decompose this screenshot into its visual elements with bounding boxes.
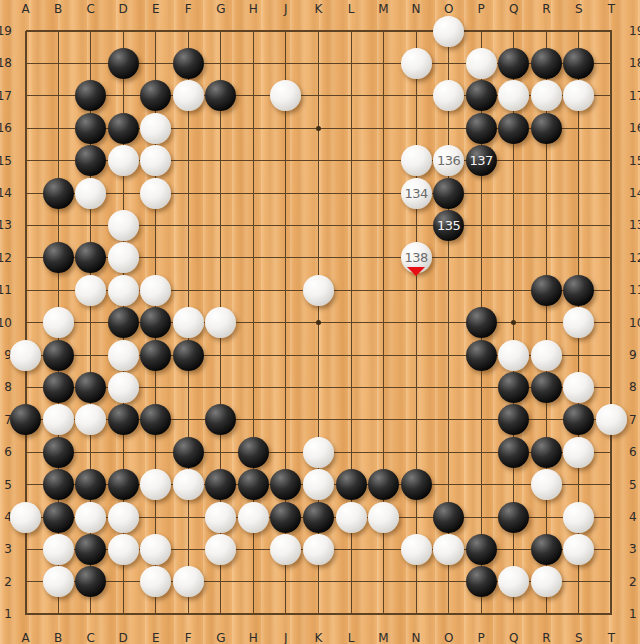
black-stone [466, 534, 497, 565]
black-stone [43, 469, 74, 500]
white-stone [75, 404, 106, 435]
row-label-left: 8 [0, 380, 12, 394]
white-stone [43, 307, 74, 338]
grid-line-horizontal [26, 613, 613, 615]
white-stone [108, 242, 139, 273]
row-label-right: 15 [629, 154, 640, 168]
black-stone [238, 469, 269, 500]
white-stone [108, 145, 139, 176]
black-stone [531, 113, 562, 144]
black-stone [43, 502, 74, 533]
go-board[interactable]: AABBCCDDEEFFGGHHJJKKLLMMNNOOPPQQRRSSTT19… [0, 0, 640, 644]
black-stone [75, 372, 106, 403]
white-stone [336, 502, 367, 533]
white-stone [433, 80, 464, 111]
column-label-bottom: F [178, 631, 198, 644]
column-label-bottom: O [439, 631, 459, 644]
white-stone [563, 80, 594, 111]
row-label-left: 1 [0, 607, 12, 621]
white-stone [173, 80, 204, 111]
white-stone [10, 502, 41, 533]
black-stone [173, 340, 204, 371]
white-stone [140, 566, 171, 597]
white-stone [433, 534, 464, 565]
black-stone [238, 437, 269, 468]
column-label-bottom: H [243, 631, 263, 644]
black-stone [531, 275, 562, 306]
black-stone: 137 [466, 145, 497, 176]
black-stone [43, 372, 74, 403]
black-stone [140, 307, 171, 338]
white-stone: 138 [401, 242, 432, 273]
white-stone [205, 534, 236, 565]
row-label-right: 10 [629, 316, 640, 330]
black-stone [75, 113, 106, 144]
black-stone [563, 48, 594, 79]
black-stone [108, 48, 139, 79]
row-label-right: 7 [629, 413, 640, 427]
move-number: 138 [404, 251, 427, 264]
black-stone [108, 113, 139, 144]
black-stone [75, 145, 106, 176]
black-stone [108, 469, 139, 500]
column-label-bottom: C [81, 631, 101, 644]
black-stone [368, 469, 399, 500]
white-stone [303, 469, 334, 500]
white-stone [140, 275, 171, 306]
column-label-bottom: J [276, 631, 296, 644]
row-label-right: 1 [629, 607, 640, 621]
white-stone: 136 [433, 145, 464, 176]
row-label-right: 5 [629, 478, 640, 492]
black-stone [401, 469, 432, 500]
white-stone [563, 307, 594, 338]
row-label-right: 17 [629, 89, 640, 103]
column-label-bottom: A [16, 631, 36, 644]
black-stone [336, 469, 367, 500]
white-stone [10, 340, 41, 371]
row-label-left: 12 [0, 251, 12, 265]
white-stone [173, 566, 204, 597]
white-stone [43, 534, 74, 565]
column-label-bottom: E [146, 631, 166, 644]
column-label-top: M [374, 2, 394, 16]
white-stone [205, 307, 236, 338]
black-stone [75, 242, 106, 273]
row-label-left: 16 [0, 121, 12, 135]
white-stone [498, 566, 529, 597]
column-label-bottom: D [113, 631, 133, 644]
black-stone [10, 404, 41, 435]
white-stone [531, 566, 562, 597]
black-stone [433, 178, 464, 209]
last-move-marker [407, 267, 425, 276]
white-stone [303, 534, 334, 565]
column-label-top: N [406, 2, 426, 16]
move-number: 136 [437, 154, 460, 167]
star-point [316, 320, 321, 325]
grid-line-vertical [610, 31, 612, 615]
white-stone [43, 566, 74, 597]
column-label-bottom: B [48, 631, 68, 644]
column-label-bottom: Q [504, 631, 524, 644]
black-stone [173, 437, 204, 468]
white-stone: 134 [401, 178, 432, 209]
column-label-top: S [569, 2, 589, 16]
white-stone [75, 178, 106, 209]
white-stone [401, 145, 432, 176]
black-stone [205, 469, 236, 500]
white-stone [596, 404, 627, 435]
move-number: 134 [404, 187, 427, 200]
white-stone [173, 469, 204, 500]
white-stone [368, 502, 399, 533]
column-label-bottom: G [211, 631, 231, 644]
white-stone [466, 48, 497, 79]
row-label-right: 14 [629, 186, 640, 200]
black-stone [466, 340, 497, 371]
black-stone [270, 469, 301, 500]
black-stone [498, 48, 529, 79]
white-stone [401, 48, 432, 79]
row-label-left: 2 [0, 575, 12, 589]
column-label-top: P [471, 2, 491, 16]
column-label-bottom: M [374, 631, 394, 644]
row-label-right: 12 [629, 251, 640, 265]
white-stone [531, 469, 562, 500]
row-label-left: 17 [0, 89, 12, 103]
black-stone [108, 307, 139, 338]
white-stone [205, 502, 236, 533]
row-label-right: 18 [629, 56, 640, 70]
column-label-top: E [146, 2, 166, 16]
star-point [316, 126, 321, 131]
column-label-top: T [601, 2, 621, 16]
white-stone [531, 80, 562, 111]
column-label-top: G [211, 2, 231, 16]
white-stone [563, 437, 594, 468]
row-label-right: 11 [629, 283, 640, 297]
white-stone [303, 275, 334, 306]
white-stone [498, 80, 529, 111]
white-stone [75, 502, 106, 533]
row-label-right: 19 [629, 24, 640, 38]
black-stone [466, 113, 497, 144]
star-point [511, 320, 516, 325]
row-label-left: 6 [0, 445, 12, 459]
black-stone [531, 534, 562, 565]
white-stone [531, 340, 562, 371]
column-label-top: C [81, 2, 101, 16]
black-stone [43, 242, 74, 273]
move-number: 135 [437, 219, 460, 232]
black-stone [498, 502, 529, 533]
white-stone [75, 275, 106, 306]
white-stone [563, 502, 594, 533]
black-stone [205, 404, 236, 435]
black-stone [531, 372, 562, 403]
row-label-right: 2 [629, 575, 640, 589]
black-stone [498, 372, 529, 403]
row-label-left: 15 [0, 154, 12, 168]
white-stone [108, 502, 139, 533]
column-label-bottom: T [601, 631, 621, 644]
white-stone [270, 534, 301, 565]
white-stone [563, 372, 594, 403]
row-label-left: 11 [0, 283, 12, 297]
row-label-left: 5 [0, 478, 12, 492]
black-stone [531, 48, 562, 79]
column-label-top: B [48, 2, 68, 16]
white-stone [433, 16, 464, 47]
column-label-bottom: K [308, 631, 328, 644]
column-label-bottom: N [406, 631, 426, 644]
white-stone [108, 275, 139, 306]
column-label-top: J [276, 2, 296, 16]
row-label-right: 6 [629, 445, 640, 459]
row-label-left: 18 [0, 56, 12, 70]
row-label-right: 16 [629, 121, 640, 135]
grid-line-vertical [416, 31, 417, 614]
row-label-left: 14 [0, 186, 12, 200]
row-label-right: 13 [629, 218, 640, 232]
black-stone [498, 113, 529, 144]
black-stone [75, 469, 106, 500]
black-stone [466, 307, 497, 338]
black-stone [43, 437, 74, 468]
grid-line-horizontal [26, 30, 613, 32]
black-stone [270, 502, 301, 533]
white-stone [401, 534, 432, 565]
white-stone [108, 210, 139, 241]
column-label-top: R [536, 2, 556, 16]
black-stone [433, 502, 464, 533]
white-stone [303, 437, 334, 468]
black-stone [108, 404, 139, 435]
black-stone [563, 404, 594, 435]
black-stone: 135 [433, 210, 464, 241]
white-stone [140, 534, 171, 565]
white-stone [43, 404, 74, 435]
column-label-top: A [16, 2, 36, 16]
black-stone [140, 340, 171, 371]
column-label-top: H [243, 2, 263, 16]
row-label-right: 8 [629, 380, 640, 394]
white-stone [140, 145, 171, 176]
move-number: 137 [470, 154, 493, 167]
black-stone [563, 275, 594, 306]
column-label-bottom: R [536, 631, 556, 644]
black-stone [140, 80, 171, 111]
black-stone [531, 437, 562, 468]
black-stone [498, 404, 529, 435]
black-stone [75, 566, 106, 597]
white-stone [140, 469, 171, 500]
row-label-left: 19 [0, 24, 12, 38]
black-stone [205, 80, 236, 111]
black-stone [43, 340, 74, 371]
black-stone [43, 178, 74, 209]
row-label-right: 3 [629, 542, 640, 556]
column-label-top: F [178, 2, 198, 16]
column-label-top: K [308, 2, 328, 16]
white-stone [498, 340, 529, 371]
column-label-top: Q [504, 2, 524, 16]
row-label-left: 10 [0, 316, 12, 330]
black-stone [466, 566, 497, 597]
black-stone [140, 404, 171, 435]
row-label-left: 3 [0, 542, 12, 556]
white-stone [173, 307, 204, 338]
white-stone [108, 534, 139, 565]
white-stone [140, 113, 171, 144]
black-stone [498, 437, 529, 468]
column-label-bottom: L [341, 631, 361, 644]
black-stone [173, 48, 204, 79]
column-label-top: D [113, 2, 133, 16]
white-stone [108, 340, 139, 371]
white-stone [238, 502, 269, 533]
row-label-right: 9 [629, 348, 640, 362]
column-label-bottom: P [471, 631, 491, 644]
column-label-top: L [341, 2, 361, 16]
black-stone [75, 534, 106, 565]
white-stone [108, 372, 139, 403]
row-label-left: 13 [0, 218, 12, 232]
column-label-bottom: S [569, 631, 589, 644]
column-label-top: O [439, 2, 459, 16]
black-stone [75, 80, 106, 111]
black-stone [303, 502, 334, 533]
white-stone [270, 80, 301, 111]
white-stone [140, 178, 171, 209]
white-stone [563, 534, 594, 565]
row-label-right: 4 [629, 510, 640, 524]
black-stone [466, 80, 497, 111]
